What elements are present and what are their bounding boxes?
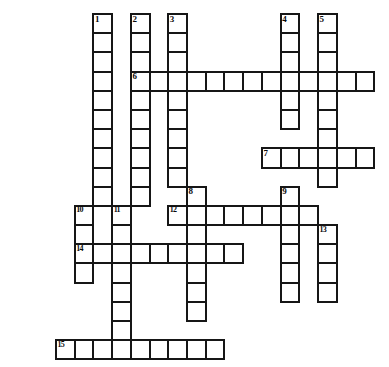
- grid-cell[interactable]: [93, 33, 112, 52]
- clue-number: 5: [320, 15, 324, 24]
- grid-cell[interactable]: [206, 340, 225, 359]
- grid-cell[interactable]: [206, 244, 225, 263]
- grid-cell[interactable]: [150, 244, 169, 263]
- grid-cell[interactable]: [281, 91, 300, 110]
- grid-cell[interactable]: [262, 206, 281, 225]
- grid-cell[interactable]: [187, 283, 206, 302]
- crossword-grid: 123456789101112131415: [56, 14, 389, 359]
- grid-cell[interactable]: [281, 206, 300, 225]
- grid-cell[interactable]: [243, 206, 262, 225]
- grid-cell[interactable]: 10: [75, 206, 94, 225]
- grid-cell[interactable]: [168, 168, 187, 187]
- clue-number: 3: [170, 15, 174, 24]
- grid-cell[interactable]: [299, 148, 318, 167]
- grid-cell[interactable]: [224, 206, 243, 225]
- clue-number: 2: [132, 15, 136, 24]
- grid-cell[interactable]: [318, 52, 337, 71]
- grid-cell[interactable]: 4: [281, 14, 300, 33]
- grid-cell[interactable]: [318, 168, 337, 187]
- grid-cell[interactable]: [112, 321, 131, 340]
- grid-cell[interactable]: [318, 244, 337, 263]
- grid-cell[interactable]: [168, 91, 187, 110]
- grid-cell[interactable]: 9: [281, 187, 300, 206]
- grid-cell[interactable]: [93, 91, 112, 110]
- grid-cell[interactable]: [93, 110, 112, 129]
- grid-cell[interactable]: [299, 206, 318, 225]
- grid-cell[interactable]: [281, 225, 300, 244]
- grid-cell[interactable]: [243, 72, 262, 91]
- grid-cell[interactable]: [131, 244, 150, 263]
- grid-cell[interactable]: [168, 52, 187, 71]
- grid-cell[interactable]: [281, 244, 300, 263]
- grid-cell[interactable]: [187, 340, 206, 359]
- grid-cell[interactable]: [112, 225, 131, 244]
- grid-cell[interactable]: [75, 263, 94, 282]
- grid-cell[interactable]: 1: [93, 14, 112, 33]
- grid-cell[interactable]: [318, 148, 337, 167]
- grid-cell[interactable]: [262, 72, 281, 91]
- grid-cell[interactable]: [75, 225, 94, 244]
- grid-cell[interactable]: [318, 72, 337, 91]
- grid-cell[interactable]: [93, 340, 112, 359]
- grid-cell[interactable]: [318, 110, 337, 129]
- grid-cell[interactable]: 2: [131, 14, 150, 33]
- crossword-page: 123456789101112131415: [0, 0, 389, 367]
- grid-cell[interactable]: [168, 72, 187, 91]
- grid-cell[interactable]: [112, 283, 131, 302]
- grid-cell[interactable]: [187, 72, 206, 91]
- grid-cell[interactable]: [131, 148, 150, 167]
- grid-cell[interactable]: [93, 168, 112, 187]
- grid-cell[interactable]: [281, 263, 300, 282]
- grid-cell[interactable]: [337, 72, 356, 91]
- grid-cell[interactable]: [112, 302, 131, 321]
- grid-cell[interactable]: 14: [75, 244, 94, 263]
- grid-cell[interactable]: [168, 129, 187, 148]
- grid-cell[interactable]: [318, 263, 337, 282]
- grid-cell[interactable]: [93, 129, 112, 148]
- grid-cell[interactable]: [131, 33, 150, 52]
- grid-cell[interactable]: [337, 148, 356, 167]
- clue-number: 12: [170, 206, 176, 214]
- grid-cell[interactable]: [131, 110, 150, 129]
- grid-cell[interactable]: [168, 110, 187, 129]
- grid-cell[interactable]: [93, 72, 112, 91]
- clue-number: 10: [76, 206, 82, 214]
- grid-cell[interactable]: [187, 263, 206, 282]
- clue-number: 7: [263, 149, 267, 158]
- grid-cell[interactable]: [93, 244, 112, 263]
- clue-number: 11: [114, 206, 120, 214]
- grid-cell[interactable]: [356, 72, 375, 91]
- grid-cell[interactable]: 15: [56, 340, 75, 359]
- grid-cell[interactable]: [281, 52, 300, 71]
- grid-cell[interactable]: [93, 187, 112, 206]
- grid-cell[interactable]: [187, 206, 206, 225]
- grid-cell[interactable]: 6: [131, 72, 150, 91]
- grid-cell[interactable]: [150, 340, 169, 359]
- grid-cell[interactable]: [281, 283, 300, 302]
- clue-number: 15: [58, 341, 64, 349]
- grid-cell[interactable]: [281, 72, 300, 91]
- clue-number: 9: [282, 187, 286, 196]
- grid-cell[interactable]: 7: [262, 148, 281, 167]
- grid-cell[interactable]: [168, 340, 187, 359]
- grid-cell[interactable]: [299, 72, 318, 91]
- grid-cell[interactable]: [93, 148, 112, 167]
- grid-cell[interactable]: [318, 283, 337, 302]
- clue-number: 14: [76, 245, 82, 253]
- grid-cell[interactable]: [75, 340, 94, 359]
- grid-cell[interactable]: [131, 340, 150, 359]
- grid-cell[interactable]: [168, 244, 187, 263]
- grid-cell[interactable]: [187, 244, 206, 263]
- grid-cell[interactable]: [281, 110, 300, 129]
- grid-cell[interactable]: 13: [318, 225, 337, 244]
- grid-cell[interactable]: [224, 72, 243, 91]
- clue-number: 4: [282, 15, 286, 24]
- grid-cell[interactable]: [150, 72, 169, 91]
- grid-cell[interactable]: [356, 148, 375, 167]
- grid-cell[interactable]: [131, 52, 150, 71]
- grid-cell[interactable]: [318, 33, 337, 52]
- grid-cell[interactable]: [131, 91, 150, 110]
- grid-cell[interactable]: [281, 33, 300, 52]
- grid-cell[interactable]: 12: [168, 206, 187, 225]
- grid-cell[interactable]: [187, 225, 206, 244]
- grid-cell[interactable]: [112, 263, 131, 282]
- grid-cell[interactable]: [318, 91, 337, 110]
- grid-cell[interactable]: [93, 52, 112, 71]
- grid-cell[interactable]: 5: [318, 14, 337, 33]
- grid-cell[interactable]: [318, 129, 337, 148]
- grid-cell[interactable]: [112, 340, 131, 359]
- grid-cell[interactable]: [224, 244, 243, 263]
- grid-cell[interactable]: [131, 187, 150, 206]
- clue-number: 1: [95, 15, 99, 24]
- grid-cell[interactable]: [187, 302, 206, 321]
- grid-cell[interactable]: 11: [112, 206, 131, 225]
- grid-cell[interactable]: [112, 244, 131, 263]
- clue-number: 13: [320, 226, 326, 234]
- grid-cell[interactable]: [206, 72, 225, 91]
- grid-cell[interactable]: [281, 148, 300, 167]
- grid-cell[interactable]: [168, 33, 187, 52]
- grid-cell[interactable]: [206, 206, 225, 225]
- clue-number: 8: [189, 187, 193, 196]
- grid-cell[interactable]: [131, 129, 150, 148]
- grid-cell[interactable]: 3: [168, 14, 187, 33]
- clue-number: 6: [132, 72, 136, 81]
- grid-cell[interactable]: [131, 168, 150, 187]
- grid-cell[interactable]: 8: [187, 187, 206, 206]
- grid-cell[interactable]: [168, 148, 187, 167]
